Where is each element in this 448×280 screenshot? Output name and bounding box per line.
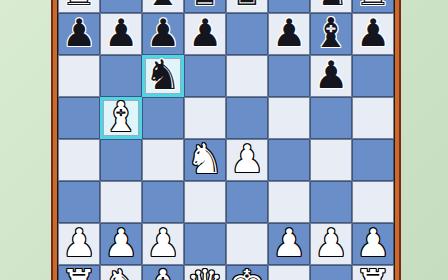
board-frame-right bbox=[394, 0, 401, 280]
square-a2[interactable]: ♟ bbox=[58, 223, 100, 265]
square-f7[interactable]: ♟ bbox=[268, 13, 310, 55]
square-f5[interactable] bbox=[268, 97, 310, 139]
square-b1[interactable]: ♞ bbox=[100, 265, 142, 280]
white-pawn-c2[interactable]: ♟ bbox=[146, 222, 180, 264]
square-h6[interactable] bbox=[352, 55, 394, 97]
square-g1[interactable] bbox=[310, 265, 352, 280]
square-e5[interactable] bbox=[226, 97, 268, 139]
black-pawn-d7[interactable]: ♟ bbox=[188, 12, 222, 54]
square-g5[interactable] bbox=[310, 97, 352, 139]
square-e7[interactable] bbox=[226, 13, 268, 55]
black-king-e8[interactable]: ♚ bbox=[229, 0, 266, 12]
square-d3[interactable] bbox=[184, 181, 226, 223]
square-a1[interactable]: ♜ bbox=[58, 265, 100, 280]
black-knight-c6[interactable]: ♞ bbox=[145, 54, 182, 96]
square-h2[interactable]: ♟ bbox=[352, 223, 394, 265]
square-e8[interactable]: ♚ bbox=[226, 0, 268, 13]
white-rook-h1[interactable]: ♜ bbox=[355, 264, 392, 280]
square-c1[interactable]: ♝ bbox=[142, 265, 184, 280]
square-h5[interactable] bbox=[352, 97, 394, 139]
white-pawn-h2[interactable]: ♟ bbox=[356, 222, 390, 264]
square-c2[interactable]: ♟ bbox=[142, 223, 184, 265]
black-pawn-c7[interactable]: ♟ bbox=[146, 12, 180, 54]
white-pawn-b2[interactable]: ♟ bbox=[104, 222, 138, 264]
square-e4[interactable]: ♟ bbox=[226, 139, 268, 181]
square-h1[interactable]: ♜ bbox=[352, 265, 394, 280]
white-pawn-g2[interactable]: ♟ bbox=[314, 222, 348, 264]
white-bishop-c1[interactable]: ♝ bbox=[145, 264, 182, 280]
square-a5[interactable] bbox=[58, 97, 100, 139]
square-h7[interactable]: ♟ bbox=[352, 13, 394, 55]
square-d1[interactable]: ♛ bbox=[184, 265, 226, 280]
square-b6[interactable] bbox=[100, 55, 142, 97]
square-b4[interactable] bbox=[100, 139, 142, 181]
square-d7[interactable]: ♟ bbox=[184, 13, 226, 55]
square-e6[interactable] bbox=[226, 55, 268, 97]
square-f6[interactable] bbox=[268, 55, 310, 97]
square-a6[interactable] bbox=[58, 55, 100, 97]
square-b3[interactable] bbox=[100, 181, 142, 223]
white-pawn-e4[interactable]: ♟ bbox=[230, 138, 264, 180]
square-c3[interactable] bbox=[142, 181, 184, 223]
square-e3[interactable] bbox=[226, 181, 268, 223]
white-pawn-a2[interactable]: ♟ bbox=[62, 222, 96, 264]
square-f3[interactable] bbox=[268, 181, 310, 223]
square-g6[interactable]: ♟ bbox=[310, 55, 352, 97]
black-pawn-h7[interactable]: ♟ bbox=[356, 12, 390, 54]
square-c5[interactable] bbox=[142, 97, 184, 139]
white-knight-d4[interactable]: ♞ bbox=[187, 138, 224, 180]
square-c7[interactable]: ♟ bbox=[142, 13, 184, 55]
black-pawn-a7[interactable]: ♟ bbox=[62, 12, 96, 54]
white-queen-d1[interactable]: ♛ bbox=[187, 264, 224, 280]
square-a4[interactable] bbox=[58, 139, 100, 181]
black-pawn-g6[interactable]: ♟ bbox=[314, 54, 348, 96]
square-g2[interactable]: ♟ bbox=[310, 223, 352, 265]
white-king-e1[interactable]: ♚ bbox=[229, 264, 266, 280]
app-background: ♜♝♛♚♞♜♟♟♟♟♟♝♟♞♟♝♞♟♟♟♟♟♟♟♜♞♝♛♚♜ bbox=[0, 0, 448, 280]
square-h3[interactable] bbox=[352, 181, 394, 223]
square-g3[interactable] bbox=[310, 181, 352, 223]
white-pawn-f2[interactable]: ♟ bbox=[272, 222, 306, 264]
square-a3[interactable] bbox=[58, 181, 100, 223]
square-b2[interactable]: ♟ bbox=[100, 223, 142, 265]
white-knight-b1[interactable]: ♞ bbox=[103, 264, 140, 280]
square-f2[interactable]: ♟ bbox=[268, 223, 310, 265]
square-d6[interactable] bbox=[184, 55, 226, 97]
square-d4[interactable]: ♞ bbox=[184, 139, 226, 181]
square-d5[interactable] bbox=[184, 97, 226, 139]
square-g4[interactable] bbox=[310, 139, 352, 181]
square-f4[interactable] bbox=[268, 139, 310, 181]
square-b7[interactable]: ♟ bbox=[100, 13, 142, 55]
square-b5[interactable]: ♝ bbox=[100, 97, 142, 139]
black-bishop-g7[interactable]: ♝ bbox=[313, 12, 350, 54]
black-pawn-f7[interactable]: ♟ bbox=[272, 12, 306, 54]
white-rook-a1[interactable]: ♜ bbox=[61, 264, 98, 280]
square-c4[interactable] bbox=[142, 139, 184, 181]
square-g7[interactable]: ♝ bbox=[310, 13, 352, 55]
black-pawn-b7[interactable]: ♟ bbox=[104, 12, 138, 54]
square-h4[interactable] bbox=[352, 139, 394, 181]
chess-board: ♜♝♛♚♞♜♟♟♟♟♟♝♟♞♟♝♞♟♟♟♟♟♟♟♜♞♝♛♚♜ bbox=[58, 0, 394, 280]
square-a7[interactable]: ♟ bbox=[58, 13, 100, 55]
square-d2[interactable] bbox=[184, 223, 226, 265]
white-bishop-b5[interactable]: ♝ bbox=[103, 96, 140, 138]
board-frame-left bbox=[51, 0, 58, 280]
square-c6[interactable]: ♞ bbox=[142, 55, 184, 97]
square-e1[interactable]: ♚ bbox=[226, 265, 268, 280]
square-e2[interactable] bbox=[226, 223, 268, 265]
square-f1[interactable] bbox=[268, 265, 310, 280]
